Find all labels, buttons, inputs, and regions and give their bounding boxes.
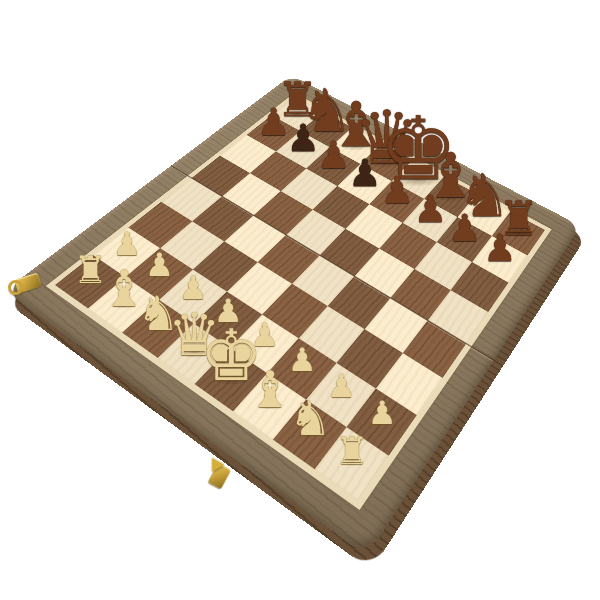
- white-pawn-a2[interactable]: ♟: [112, 227, 141, 259]
- black-pawn-c7[interactable]: ♟: [317, 137, 351, 175]
- black-pawn-g7[interactable]: ♟: [448, 210, 482, 248]
- white-pawn-b2[interactable]: ♟: [145, 249, 174, 281]
- black-pawn-h7[interactable]: ♟: [483, 230, 517, 268]
- white-pawn-c2[interactable]: ♟: [179, 271, 208, 303]
- product-photo-stage: ♜♞♝♛♚♝♞♜♟♟♟♟♟♟♟♟♟♟♟♟♟♟♟♟♜♝♞♛♚♝♞♜: [0, 0, 600, 600]
- white-rook-h1[interactable]: ♜: [335, 433, 369, 471]
- black-pawn-e7[interactable]: ♟: [380, 172, 414, 210]
- white-bishop-f1[interactable]: ♝: [248, 365, 293, 415]
- white-pawn-h2[interactable]: ♟: [368, 397, 397, 429]
- black-pawn-f7[interactable]: ♟: [413, 191, 447, 229]
- black-pawn-d7[interactable]: ♟: [348, 154, 382, 192]
- white-knight-g1[interactable]: ♞: [289, 395, 332, 443]
- black-pawn-b7[interactable]: ♟: [286, 120, 320, 158]
